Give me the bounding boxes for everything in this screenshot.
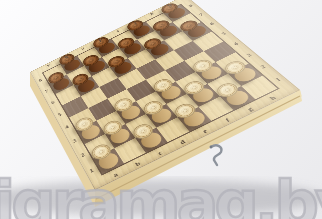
clasp-hook-icon: [211, 145, 221, 165]
clasp-screw: [210, 146, 213, 149]
product-photo-stage: abcdefgh abcdefgh 87654321 87654321 igra…: [0, 0, 322, 219]
board-shadow: [0, 180, 322, 216]
